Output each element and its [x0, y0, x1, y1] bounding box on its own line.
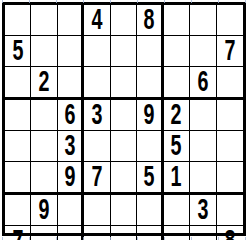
given-digit: 2 — [171, 100, 182, 130]
cell-r6c4[interactable]: 7 — [84, 162, 110, 195]
given-digit: 8 — [143, 5, 154, 35]
cell-r4c9[interactable] — [217, 100, 243, 131]
gridline-artifact-tick — [218, 0, 219, 3]
cell-r8c6[interactable] — [137, 226, 163, 240]
cell-r7c6[interactable] — [137, 195, 163, 226]
cell-r2c8[interactable] — [190, 36, 216, 67]
gridline-artifact-tick — [29, 0, 30, 3]
cell-r3c6[interactable] — [137, 67, 163, 100]
gridline-artifact-tick — [110, 0, 111, 3]
cell-r2c4[interactable] — [84, 36, 110, 67]
cell-r6c2[interactable] — [31, 162, 57, 195]
cell-r3c3[interactable] — [58, 67, 84, 100]
given-digit: 5 — [12, 36, 23, 66]
cell-r4c8[interactable] — [190, 100, 216, 131]
cell-r4c6[interactable]: 9 — [137, 100, 163, 131]
gridline-artifact-tick — [137, 0, 138, 3]
cell-r1c4[interactable]: 4 — [84, 5, 110, 36]
cell-r1c2[interactable] — [31, 5, 57, 36]
cell-r1c6[interactable]: 8 — [137, 5, 163, 36]
cell-r3c1[interactable] — [5, 67, 31, 100]
cell-r6c5[interactable] — [111, 162, 137, 195]
given-digit: 1 — [171, 162, 182, 192]
cell-r7c4[interactable] — [84, 195, 110, 226]
cell-r8c5[interactable] — [111, 226, 137, 240]
given-digit: 3 — [92, 100, 103, 130]
cell-r1c3[interactable] — [58, 5, 84, 36]
cell-r7c5[interactable] — [111, 195, 137, 226]
cell-r6c9[interactable] — [217, 162, 243, 195]
cell-r3c4[interactable] — [84, 67, 110, 100]
cell-r3c2[interactable]: 2 — [31, 67, 57, 100]
gridline-artifact-tick — [191, 0, 192, 3]
cell-r5c5[interactable] — [111, 131, 137, 162]
cell-r5c9[interactable] — [217, 131, 243, 162]
cell-r3c7[interactable] — [164, 67, 190, 100]
cell-r8c9[interactable]: 8 — [217, 226, 243, 240]
cell-r5c6[interactable] — [137, 131, 163, 162]
given-digit: 6 — [64, 100, 75, 130]
cell-r2c6[interactable] — [137, 36, 163, 67]
cell-r7c3[interactable] — [58, 195, 84, 226]
cell-r1c1[interactable] — [5, 5, 31, 36]
cell-r5c4[interactable] — [84, 131, 110, 162]
cell-r8c3[interactable] — [58, 226, 84, 240]
cell-r3c9[interactable] — [217, 67, 243, 100]
cell-r7c9[interactable] — [217, 195, 243, 226]
cell-r1c8[interactable] — [190, 5, 216, 36]
cell-r1c5[interactable] — [111, 5, 137, 36]
cell-r5c3[interactable]: 3 — [58, 131, 84, 162]
given-digit: 5 — [171, 131, 182, 161]
cell-r4c5[interactable] — [111, 100, 137, 131]
cell-r6c6[interactable]: 5 — [137, 162, 163, 195]
cell-r6c8[interactable] — [190, 162, 216, 195]
cell-r8c1[interactable]: 7 — [5, 226, 31, 240]
cell-r6c3[interactable]: 9 — [58, 162, 84, 195]
cell-r2c1[interactable]: 5 — [5, 36, 31, 67]
cell-r5c1[interactable] — [5, 131, 31, 162]
cell-r6c7[interactable]: 1 — [164, 162, 190, 195]
cell-r3c5[interactable] — [111, 67, 137, 100]
given-digit: 7 — [224, 36, 235, 66]
given-digit: 2 — [39, 67, 50, 97]
gridline-artifact-tick — [83, 0, 84, 3]
sudoku-screenshot: 4857266392359751937812 — [0, 0, 248, 240]
given-digit: 3 — [64, 131, 75, 161]
cell-r4c3[interactable]: 6 — [58, 100, 84, 131]
cell-r5c8[interactable] — [190, 131, 216, 162]
given-digit: 7 — [12, 226, 23, 240]
cell-r7c8[interactable]: 3 — [190, 195, 216, 226]
gridline-artifact-tick — [56, 0, 57, 3]
cell-r2c9[interactable]: 7 — [217, 36, 243, 67]
cell-r5c7[interactable]: 5 — [164, 131, 190, 162]
gridline-artifact-tick — [164, 0, 165, 3]
cell-r8c2[interactable] — [31, 226, 57, 240]
cell-r3c8[interactable]: 6 — [190, 67, 216, 100]
given-digit: 8 — [224, 226, 235, 240]
given-digit: 7 — [92, 162, 103, 192]
cell-r8c7[interactable] — [164, 226, 190, 240]
given-digit: 9 — [143, 100, 154, 130]
cell-r4c1[interactable] — [5, 100, 31, 131]
cell-r2c3[interactable] — [58, 36, 84, 67]
cell-r7c2[interactable]: 9 — [31, 195, 57, 226]
gridline-artifact-tick — [2, 0, 3, 3]
cell-r7c7[interactable] — [164, 195, 190, 226]
cell-r6c1[interactable] — [5, 162, 31, 195]
cell-r2c2[interactable] — [31, 36, 57, 67]
cell-r8c8[interactable] — [190, 226, 216, 240]
cell-r4c2[interactable] — [31, 100, 57, 131]
given-digit: 6 — [197, 67, 208, 97]
given-digit: 4 — [92, 5, 103, 35]
cell-r5c2[interactable] — [31, 131, 57, 162]
cell-r2c7[interactable] — [164, 36, 190, 67]
given-digit: 9 — [64, 162, 75, 192]
cell-r1c7[interactable] — [164, 5, 190, 36]
gridline-artifact-tick — [245, 0, 246, 3]
cell-r4c7[interactable]: 2 — [164, 100, 190, 131]
given-digit: 9 — [39, 195, 50, 225]
given-digit: 5 — [143, 162, 154, 192]
cell-r1c9[interactable] — [217, 5, 243, 36]
cell-r4c4[interactable]: 3 — [84, 100, 110, 131]
sudoku-board: 4857266392359751937812 — [2, 2, 246, 236]
cell-r7c1[interactable] — [5, 195, 31, 226]
given-digit: 3 — [197, 195, 208, 225]
cell-r8c4[interactable] — [84, 226, 110, 240]
cell-r2c5[interactable] — [111, 36, 137, 67]
